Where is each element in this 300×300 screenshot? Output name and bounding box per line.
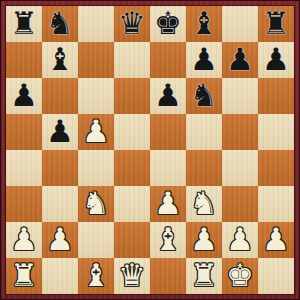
square-c3[interactable]: ♞ [78, 186, 114, 222]
square-f5[interactable] [186, 114, 222, 150]
square-c4[interactable] [78, 150, 114, 186]
square-d7[interactable] [114, 42, 150, 78]
square-a6[interactable]: ♟ [6, 78, 42, 114]
square-g5[interactable] [222, 114, 258, 150]
black-rook-h8: ♜ [262, 8, 290, 39]
square-a2[interactable]: ♟ [6, 222, 42, 258]
square-c8[interactable] [78, 6, 114, 42]
square-f7[interactable]: ♟ [186, 42, 222, 78]
black-knight-b8: ♞ [46, 8, 74, 39]
square-d1[interactable]: ♛ [114, 258, 150, 294]
square-f2[interactable]: ♟ [186, 222, 222, 258]
square-h5[interactable] [258, 114, 294, 150]
square-h1[interactable] [258, 258, 294, 294]
square-e6[interactable]: ♟ [150, 78, 186, 114]
black-pawn-f7: ♟ [190, 44, 218, 75]
white-pawn-g2: ♟ [226, 224, 254, 255]
white-bishop-c1: ♝ [82, 260, 110, 291]
black-pawn-a6: ♟ [10, 80, 38, 111]
white-knight-c3: ♞ [82, 188, 110, 219]
white-pawn-c5: ♟ [82, 116, 110, 147]
chess-board: ♜♞♛♚♝♜♝♟♟♟♟♟♞♟♟♞♟♞♟♟♝♟♟♟♜♝♛♜♚ [6, 6, 294, 294]
black-pawn-g7: ♟ [226, 44, 254, 75]
square-e1[interactable] [150, 258, 186, 294]
black-knight-f6: ♞ [190, 80, 218, 111]
square-b2[interactable]: ♟ [42, 222, 78, 258]
square-a1[interactable]: ♜ [6, 258, 42, 294]
square-g4[interactable] [222, 150, 258, 186]
black-queen-d8: ♛ [118, 8, 146, 39]
square-c7[interactable] [78, 42, 114, 78]
square-g2[interactable]: ♟ [222, 222, 258, 258]
square-g6[interactable] [222, 78, 258, 114]
square-e2[interactable]: ♝ [150, 222, 186, 258]
white-knight-f3: ♞ [190, 188, 218, 219]
square-a5[interactable] [6, 114, 42, 150]
square-f4[interactable] [186, 150, 222, 186]
square-f3[interactable]: ♞ [186, 186, 222, 222]
white-pawn-h2: ♟ [262, 224, 290, 255]
square-f6[interactable]: ♞ [186, 78, 222, 114]
white-queen-d1: ♛ [118, 260, 146, 291]
square-d2[interactable] [114, 222, 150, 258]
square-e5[interactable] [150, 114, 186, 150]
white-rook-a1: ♜ [10, 260, 38, 291]
square-h7[interactable]: ♟ [258, 42, 294, 78]
black-pawn-e6: ♟ [154, 80, 182, 111]
square-b3[interactable] [42, 186, 78, 222]
square-h6[interactable] [258, 78, 294, 114]
white-king-g1: ♚ [226, 260, 254, 291]
square-e4[interactable] [150, 150, 186, 186]
square-b4[interactable] [42, 150, 78, 186]
black-rook-a8: ♜ [10, 8, 38, 39]
square-h8[interactable]: ♜ [258, 6, 294, 42]
square-a8[interactable]: ♜ [6, 6, 42, 42]
square-e8[interactable]: ♚ [150, 6, 186, 42]
square-g3[interactable] [222, 186, 258, 222]
square-h3[interactable] [258, 186, 294, 222]
square-d5[interactable] [114, 114, 150, 150]
white-bishop-e2: ♝ [154, 224, 182, 255]
square-e3[interactable]: ♟ [150, 186, 186, 222]
black-bishop-b7: ♝ [46, 44, 74, 75]
square-b6[interactable] [42, 78, 78, 114]
square-f8[interactable]: ♝ [186, 6, 222, 42]
square-d4[interactable] [114, 150, 150, 186]
white-rook-f1: ♜ [190, 260, 218, 291]
black-pawn-h7: ♟ [262, 44, 290, 75]
square-h4[interactable] [258, 150, 294, 186]
black-bishop-f8: ♝ [190, 8, 218, 39]
square-c2[interactable] [78, 222, 114, 258]
square-g1[interactable]: ♚ [222, 258, 258, 294]
square-c5[interactable]: ♟ [78, 114, 114, 150]
square-d3[interactable] [114, 186, 150, 222]
square-d8[interactable]: ♛ [114, 6, 150, 42]
black-king-e8: ♚ [154, 8, 182, 39]
square-c6[interactable] [78, 78, 114, 114]
square-e7[interactable] [150, 42, 186, 78]
square-h2[interactable]: ♟ [258, 222, 294, 258]
square-a4[interactable] [6, 150, 42, 186]
square-c1[interactable]: ♝ [78, 258, 114, 294]
square-f1[interactable]: ♜ [186, 258, 222, 294]
square-g7[interactable]: ♟ [222, 42, 258, 78]
white-pawn-b2: ♟ [46, 224, 74, 255]
white-pawn-a2: ♟ [10, 224, 38, 255]
square-b5[interactable]: ♟ [42, 114, 78, 150]
square-g8[interactable] [222, 6, 258, 42]
white-pawn-f2: ♟ [190, 224, 218, 255]
square-a7[interactable] [6, 42, 42, 78]
square-b1[interactable] [42, 258, 78, 294]
square-a3[interactable] [6, 186, 42, 222]
square-b8[interactable]: ♞ [42, 6, 78, 42]
black-pawn-b5: ♟ [46, 116, 74, 147]
square-b7[interactable]: ♝ [42, 42, 78, 78]
board-frame: ♜♞♛♚♝♜♝♟♟♟♟♟♞♟♟♞♟♞♟♟♝♟♟♟♜♝♛♜♚ [0, 0, 300, 300]
square-d6[interactable] [114, 78, 150, 114]
white-pawn-e3: ♟ [154, 188, 182, 219]
